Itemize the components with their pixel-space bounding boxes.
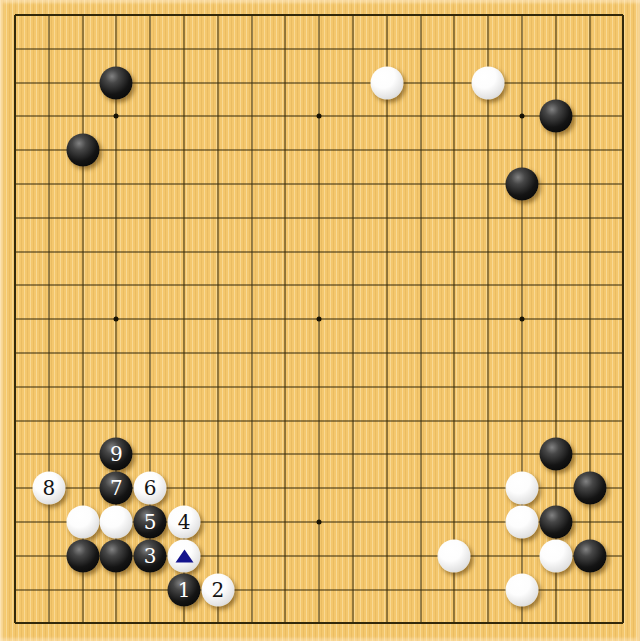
black-stone [573,472,606,505]
black-stone [506,168,539,201]
move-number-label: 7 [110,472,123,505]
white-stone [539,539,572,572]
move-number-label: 5 [144,506,157,539]
move-number-label: 8 [42,472,55,505]
move-number-label: 2 [211,573,224,606]
move-number-label: 1 [178,573,191,606]
black-stone: 3 [134,539,167,572]
white-stone [100,506,133,539]
star-point [317,520,322,525]
black-stone [100,539,133,572]
white-stone: 4 [168,506,201,539]
star-point [114,317,119,322]
white-stone [506,573,539,606]
stones-layer: 987654312 [0,0,640,641]
star-point [114,114,119,119]
star-point [317,317,322,322]
black-stone: 1 [168,573,201,606]
star-point [317,114,322,119]
black-stone [573,539,606,572]
black-stone [539,506,572,539]
white-stone: 2 [201,573,234,606]
star-point [520,317,525,322]
white-stone [66,506,99,539]
white-stone: 8 [32,472,65,505]
black-stone [66,134,99,167]
black-stone [539,100,572,133]
black-stone [100,66,133,99]
black-stone [539,438,572,471]
move-number-label: 3 [144,539,157,572]
white-stone [370,66,403,99]
star-point [520,114,525,119]
move-number-label: 6 [144,472,157,505]
move-number-label: 9 [110,438,123,471]
white-stone [438,539,471,572]
black-stone [66,539,99,572]
white-stone [168,539,201,572]
black-stone: 5 [134,506,167,539]
white-stone [506,506,539,539]
white-stone [472,66,505,99]
white-stone: 6 [134,472,167,505]
go-board[interactable]: 987654312 [0,0,640,641]
move-number-label: 4 [178,506,191,539]
triangle-marker-icon [175,550,193,563]
black-stone: 9 [100,438,133,471]
black-stone: 7 [100,472,133,505]
white-stone [506,472,539,505]
